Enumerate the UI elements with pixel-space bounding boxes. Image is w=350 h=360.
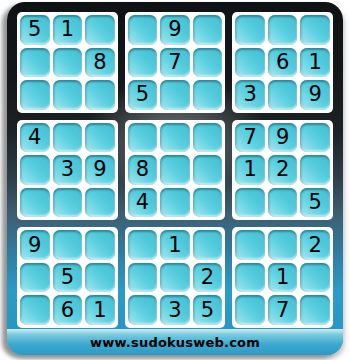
- cell-r5c9[interactable]: [300, 155, 330, 185]
- cell-r8c8[interactable]: 1: [268, 263, 298, 293]
- cell-r9c2[interactable]: 6: [53, 295, 83, 325]
- cell-r7c4[interactable]: [128, 230, 158, 260]
- cell-r7c6[interactable]: [193, 230, 223, 260]
- cell-r3c7[interactable]: 3: [235, 80, 265, 110]
- cell-r4c8[interactable]: 9: [268, 123, 298, 153]
- cell-r7c2[interactable]: [53, 230, 83, 260]
- cell-r9c5[interactable]: 3: [160, 295, 190, 325]
- cell-r1c3[interactable]: [85, 15, 115, 45]
- sudoku-app: 5189756139439847912595611235217 www.sudo…: [0, 0, 350, 360]
- cell-r6c1[interactable]: [20, 188, 50, 218]
- cell-r8c9[interactable]: [300, 263, 330, 293]
- cell-r5c7[interactable]: 1: [235, 155, 265, 185]
- cell-r6c7[interactable]: [235, 188, 265, 218]
- cell-r5c6[interactable]: [193, 155, 223, 185]
- cell-r3c4[interactable]: 5: [128, 80, 158, 110]
- cell-r6c8[interactable]: [268, 188, 298, 218]
- cell-r4c9[interactable]: [300, 123, 330, 153]
- cell-r6c2[interactable]: [53, 188, 83, 218]
- cell-r2c7[interactable]: [235, 48, 265, 78]
- box-6: 79125: [232, 120, 333, 221]
- cell-r9c3[interactable]: 1: [85, 295, 115, 325]
- cell-r9c7[interactable]: [235, 295, 265, 325]
- box-3: 6139: [232, 12, 333, 113]
- cell-r6c6[interactable]: [193, 188, 223, 218]
- cell-r4c2[interactable]: [53, 123, 83, 153]
- cell-r8c3[interactable]: [85, 263, 115, 293]
- footer-bar: www.sudokusweb.com: [7, 329, 343, 355]
- cell-r9c6[interactable]: 5: [193, 295, 223, 325]
- cell-r2c3[interactable]: 8: [85, 48, 115, 78]
- cell-r5c3[interactable]: 9: [85, 155, 115, 185]
- box-1: 518: [17, 12, 118, 113]
- cell-r1c2[interactable]: 1: [53, 15, 83, 45]
- cell-r1c9[interactable]: [300, 15, 330, 45]
- cell-r3c8[interactable]: [268, 80, 298, 110]
- cell-r7c7[interactable]: [235, 230, 265, 260]
- cell-r1c1[interactable]: 5: [20, 15, 50, 45]
- cell-r2c6[interactable]: [193, 48, 223, 78]
- cell-r3c3[interactable]: [85, 80, 115, 110]
- cell-r4c6[interactable]: [193, 123, 223, 153]
- cell-r2c2[interactable]: [53, 48, 83, 78]
- cell-r4c7[interactable]: 7: [235, 123, 265, 153]
- cell-r5c1[interactable]: [20, 155, 50, 185]
- cell-r3c2[interactable]: [53, 80, 83, 110]
- cell-r5c2[interactable]: 3: [53, 155, 83, 185]
- cell-r1c8[interactable]: [268, 15, 298, 45]
- cell-r4c1[interactable]: 4: [20, 123, 50, 153]
- cell-r6c3[interactable]: [85, 188, 115, 218]
- cell-r8c4[interactable]: [128, 263, 158, 293]
- cell-r4c5[interactable]: [160, 123, 190, 153]
- box-9: 217: [232, 227, 333, 328]
- cell-r9c9[interactable]: [300, 295, 330, 325]
- cell-r8c7[interactable]: [235, 263, 265, 293]
- box-7: 9561: [17, 227, 118, 328]
- cell-r3c5[interactable]: [160, 80, 190, 110]
- cell-r2c1[interactable]: [20, 48, 50, 78]
- cell-r4c3[interactable]: [85, 123, 115, 153]
- cell-r1c4[interactable]: [128, 15, 158, 45]
- cell-r5c4[interactable]: 8: [128, 155, 158, 185]
- cell-r2c9[interactable]: 1: [300, 48, 330, 78]
- cell-r7c8[interactable]: [268, 230, 298, 260]
- box-2: 975: [125, 12, 226, 113]
- box-4: 439: [17, 120, 118, 221]
- cell-r2c4[interactable]: [128, 48, 158, 78]
- cell-r6c5[interactable]: [160, 188, 190, 218]
- sudoku-grid: 5189756139439847912595611235217: [17, 12, 333, 328]
- cell-r1c7[interactable]: [235, 15, 265, 45]
- cell-r1c6[interactable]: [193, 15, 223, 45]
- sudoku-board: 5189756139439847912595611235217 www.sudo…: [7, 2, 343, 355]
- cell-r1c5[interactable]: 9: [160, 15, 190, 45]
- cell-r6c4[interactable]: 4: [128, 188, 158, 218]
- box-8: 1235: [125, 227, 226, 328]
- cell-r3c6[interactable]: [193, 80, 223, 110]
- cell-r9c4[interactable]: [128, 295, 158, 325]
- cell-r8c5[interactable]: [160, 263, 190, 293]
- cell-r5c8[interactable]: 2: [268, 155, 298, 185]
- cell-r2c8[interactable]: 6: [268, 48, 298, 78]
- cell-r9c8[interactable]: 7: [268, 295, 298, 325]
- cell-r7c1[interactable]: 9: [20, 230, 50, 260]
- cell-r5c5[interactable]: [160, 155, 190, 185]
- cell-r7c3[interactable]: [85, 230, 115, 260]
- cell-r7c5[interactable]: 1: [160, 230, 190, 260]
- footer-link[interactable]: www.sudokusweb.com: [90, 335, 260, 350]
- box-5: 84: [125, 120, 226, 221]
- cell-r8c2[interactable]: 5: [53, 263, 83, 293]
- cell-r3c1[interactable]: [20, 80, 50, 110]
- cell-r4c4[interactable]: [128, 123, 158, 153]
- cell-r8c1[interactable]: [20, 263, 50, 293]
- cell-r8c6[interactable]: 2: [193, 263, 223, 293]
- cell-r9c1[interactable]: [20, 295, 50, 325]
- cell-r2c5[interactable]: 7: [160, 48, 190, 78]
- cell-r6c9[interactable]: 5: [300, 188, 330, 218]
- cell-r3c9[interactable]: 9: [300, 80, 330, 110]
- cell-r7c9[interactable]: 2: [300, 230, 330, 260]
